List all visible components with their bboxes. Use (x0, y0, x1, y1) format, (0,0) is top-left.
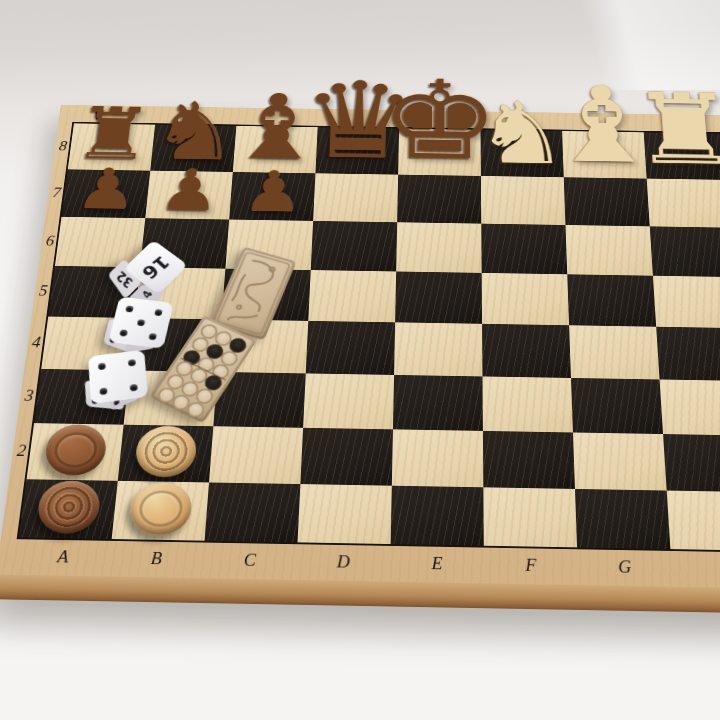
rank-number: 6 (45, 233, 55, 249)
square-h5[interactable] (653, 276, 720, 328)
square-e5[interactable] (395, 271, 482, 323)
file-letter: B (150, 549, 163, 568)
square-h1[interactable] (667, 491, 720, 551)
square-e8[interactable]: ♚ (398, 128, 481, 175)
square-d1[interactable] (298, 484, 392, 544)
file-label-C: C (202, 550, 297, 571)
square-d6[interactable] (311, 221, 397, 272)
die-pip (125, 305, 134, 312)
square-d4[interactable] (306, 321, 395, 375)
die-pip (137, 319, 146, 326)
file-label-G: G (577, 556, 672, 577)
square-h8[interactable]: ♜ (644, 132, 720, 180)
board-perspective-wrap: A 8765432 ♜♞♝♛♚♞♝♜♟♟♟ 876 ABCDEFG 32 4 1… (0, 105, 720, 629)
file-label-A: A (15, 546, 111, 567)
dark-checker-a1[interactable] (35, 480, 102, 534)
square-c2[interactable] (209, 426, 303, 484)
square-g5[interactable] (567, 274, 656, 326)
photo-scene: A 8765432 ♜♞♝♛♚♞♝♜♟♟♟ 876 ABCDEFG 32 4 1… (0, 0, 720, 720)
die-2-top-face (88, 350, 148, 404)
square-a2[interactable] (27, 423, 124, 481)
file-letter: F (525, 555, 536, 574)
die-pip (99, 387, 107, 395)
square-d2[interactable] (300, 428, 393, 486)
dark-pawn-b7[interactable]: ♟ (157, 162, 222, 219)
die-pip (130, 383, 138, 391)
die-2[interactable] (83, 351, 141, 411)
square-b1[interactable] (112, 481, 209, 541)
square-f5[interactable] (482, 273, 569, 325)
die-pip (98, 362, 106, 370)
rank-number: 2 (16, 442, 27, 461)
file-slot-empty (672, 568, 720, 570)
file-letter: E (432, 554, 443, 573)
square-a7[interactable]: ♟ (61, 169, 150, 218)
square-e2[interactable] (392, 429, 484, 487)
die-1[interactable] (102, 296, 167, 354)
die-1-top-face (108, 296, 173, 348)
dark-checker-a2[interactable] (43, 424, 109, 476)
light-checker-b1[interactable] (128, 482, 193, 536)
dark-pawn-a7[interactable]: ♟ (73, 161, 140, 218)
rank-number: 3 (24, 387, 35, 405)
square-b2[interactable] (118, 425, 214, 483)
square-g2[interactable] (573, 432, 667, 490)
square-b7[interactable]: ♟ (145, 171, 233, 220)
die-pip (119, 329, 128, 336)
square-g6[interactable] (565, 225, 652, 276)
dark-pawn-c7[interactable]: ♟ (241, 163, 305, 220)
square-g3[interactable] (571, 378, 663, 434)
rank-number: 8 (58, 138, 68, 153)
file-label-B: B (109, 548, 204, 569)
square-e6[interactable] (396, 222, 482, 273)
square-h2[interactable] (663, 434, 720, 492)
rank-number: 7 (52, 185, 62, 201)
square-f3[interactable] (482, 376, 572, 432)
square-a1[interactable] (19, 479, 118, 539)
square-d3[interactable] (303, 373, 394, 429)
file-label-E: E (390, 553, 484, 574)
file-label-D: D (296, 551, 390, 572)
die-pip (154, 309, 163, 316)
square-g1[interactable] (575, 489, 670, 549)
light-checker-b2[interactable] (134, 426, 198, 478)
square-f4[interactable] (482, 324, 571, 378)
file-letter: D (337, 552, 351, 571)
die-pip (148, 333, 157, 340)
square-f1[interactable] (483, 487, 577, 547)
rank-number: 5 (38, 282, 48, 299)
square-e3[interactable] (393, 375, 483, 431)
file-label-F: F (484, 555, 578, 576)
die-pip (128, 359, 136, 366)
file-letter: C (243, 550, 256, 569)
file-letter: G (618, 557, 632, 576)
square-h3[interactable] (660, 379, 720, 435)
square-e1[interactable] (391, 486, 484, 546)
light-rook-h8[interactable]: ♜ (628, 80, 720, 180)
square-e4[interactable] (394, 322, 482, 376)
game-board: A 8765432 ♜♞♝♛♚♞♝♜♟♟♟ 876 ABCDEFG 32 4 1… (0, 105, 720, 614)
square-f6[interactable] (481, 224, 567, 275)
square-f2[interactable] (483, 431, 575, 489)
rank-number: 4 (31, 334, 42, 351)
square-c1[interactable] (205, 482, 301, 542)
square-h6[interactable] (650, 226, 720, 277)
square-h4[interactable] (656, 327, 720, 381)
square-g4[interactable] (569, 325, 659, 379)
file-letter: A (56, 547, 69, 566)
square-d5[interactable] (308, 270, 396, 322)
